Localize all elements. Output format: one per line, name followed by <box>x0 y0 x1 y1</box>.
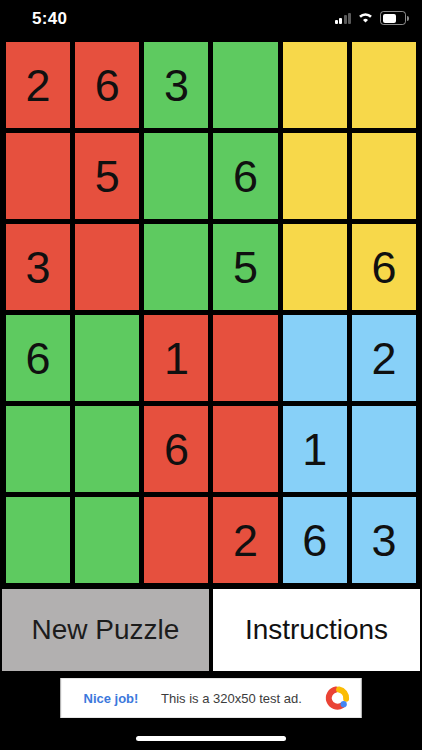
cell-r4c5[interactable] <box>283 315 347 401</box>
cell-r1c3[interactable]: 3 <box>144 42 208 128</box>
cell-r5c4[interactable] <box>213 406 277 492</box>
cell-r6c4[interactable]: 2 <box>213 497 277 583</box>
cell-r2c2[interactable]: 5 <box>75 133 139 219</box>
ad-banner[interactable]: Nice job! This is a 320x50 test ad. <box>61 678 362 718</box>
button-row: New Puzzle Instructions <box>0 587 422 673</box>
cell-r6c3[interactable] <box>144 497 208 583</box>
status-bar: 5:40 <box>0 0 422 42</box>
cell-r1c2[interactable]: 6 <box>75 42 139 128</box>
admob-icon <box>324 685 350 711</box>
status-icons <box>335 11 407 25</box>
cell-r3c5[interactable] <box>283 224 347 310</box>
cell-r4c1[interactable]: 6 <box>6 315 70 401</box>
battery-icon <box>380 11 406 25</box>
cell-r4c4[interactable] <box>213 315 277 401</box>
cell-r2c3[interactable] <box>144 133 208 219</box>
cell-r3c1[interactable]: 3 <box>6 224 70 310</box>
cell-r6c6[interactable]: 3 <box>352 497 416 583</box>
cell-r3c6[interactable]: 6 <box>352 224 416 310</box>
cell-r1c1[interactable]: 2 <box>6 42 70 128</box>
cell-r1c5[interactable] <box>283 42 347 128</box>
cell-r5c3[interactable]: 6 <box>144 406 208 492</box>
wifi-icon <box>357 12 374 24</box>
new-puzzle-button[interactable]: New Puzzle <box>0 587 211 673</box>
ad-cta-link[interactable]: Nice job! <box>84 691 139 706</box>
cell-r5c2[interactable] <box>75 406 139 492</box>
cell-r1c4[interactable] <box>213 42 277 128</box>
cell-r1c6[interactable] <box>352 42 416 128</box>
cell-r4c3[interactable]: 1 <box>144 315 208 401</box>
cell-r2c6[interactable] <box>352 133 416 219</box>
cell-r3c2[interactable] <box>75 224 139 310</box>
status-time: 5:40 <box>32 9 67 29</box>
home-indicator[interactable] <box>136 736 286 741</box>
cell-r2c4[interactable]: 6 <box>213 133 277 219</box>
app-screen: 5:40 2635635661261263 New Puzzle Instruc… <box>0 0 422 750</box>
cell-r5c1[interactable] <box>6 406 70 492</box>
cell-r2c1[interactable] <box>6 133 70 219</box>
cell-r5c5[interactable]: 1 <box>283 406 347 492</box>
sudoku-board: 2635635661261263 <box>0 42 422 583</box>
cell-r2c5[interactable] <box>283 133 347 219</box>
cell-r6c5[interactable]: 6 <box>283 497 347 583</box>
cell-r3c3[interactable] <box>144 224 208 310</box>
ad-text: This is a 320x50 test ad. <box>161 691 302 706</box>
cell-r5c6[interactable] <box>352 406 416 492</box>
cell-r4c6[interactable]: 2 <box>352 315 416 401</box>
cell-r3c4[interactable]: 5 <box>213 224 277 310</box>
cell-r6c2[interactable] <box>75 497 139 583</box>
cell-r4c2[interactable] <box>75 315 139 401</box>
signal-icon <box>335 13 352 24</box>
instructions-button[interactable]: Instructions <box>211 587 422 673</box>
cell-r6c1[interactable] <box>6 497 70 583</box>
